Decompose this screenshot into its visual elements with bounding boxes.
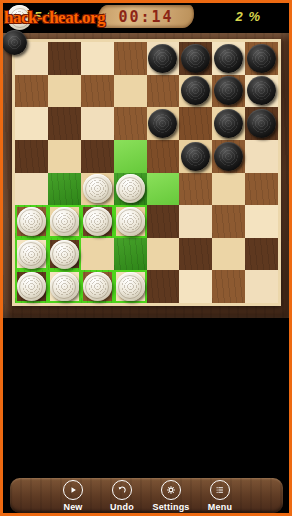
cell-e5[interactable]	[147, 140, 180, 173]
cell-h3[interactable]	[245, 205, 278, 238]
cell-g6[interactable]	[212, 107, 245, 140]
cell-d8[interactable]	[114, 42, 147, 75]
white-man[interactable]	[116, 272, 145, 301]
cell-d4[interactable]	[114, 173, 147, 206]
checkers-board[interactable]	[15, 42, 278, 303]
cell-g5[interactable]	[212, 140, 245, 173]
cell-e1[interactable]	[147, 270, 180, 303]
menu-list-icon	[210, 480, 230, 500]
cell-b3[interactable]	[48, 205, 81, 238]
black-man[interactable]	[247, 76, 276, 105]
cell-f4[interactable]	[179, 173, 212, 206]
black-man[interactable]	[214, 76, 243, 105]
cell-h5[interactable]	[245, 140, 278, 173]
white-man[interactable]	[17, 272, 46, 301]
white-checker-icon	[7, 5, 32, 30]
cell-b2[interactable]	[48, 238, 81, 271]
cell-h4[interactable]	[245, 173, 278, 206]
cell-f2[interactable]	[179, 238, 212, 271]
cell-c1[interactable]	[81, 270, 114, 303]
cell-d1[interactable]	[114, 270, 147, 303]
app-screen: 5 % 00:14 2 % hack-cheat.org New Undo	[0, 0, 292, 516]
black-man[interactable]	[214, 109, 243, 138]
white-man[interactable]	[83, 207, 112, 236]
cell-a7[interactable]	[15, 75, 48, 108]
cell-c6[interactable]	[81, 107, 114, 140]
cell-h2[interactable]	[245, 238, 278, 271]
black-man[interactable]	[181, 44, 210, 73]
cell-a3[interactable]	[15, 205, 48, 238]
cell-g7[interactable]	[212, 75, 245, 108]
cell-c3[interactable]	[81, 205, 114, 238]
toolbar: New Undo Settings Menu	[10, 478, 283, 513]
board-frame	[3, 33, 289, 318]
cell-b5[interactable]	[48, 140, 81, 173]
settings-button[interactable]: Settings	[150, 480, 192, 512]
cell-f5[interactable]	[179, 140, 212, 173]
cell-a2[interactable]	[15, 238, 48, 271]
cell-d2[interactable]	[114, 238, 147, 271]
cell-h8[interactable]	[245, 42, 278, 75]
cell-b8[interactable]	[48, 42, 81, 75]
cell-a6[interactable]	[15, 107, 48, 140]
black-man[interactable]	[214, 142, 243, 171]
white-score: 5 %	[34, 9, 59, 24]
cell-f3[interactable]	[179, 205, 212, 238]
cell-a5[interactable]	[15, 140, 48, 173]
undo-button-label: Undo	[110, 502, 134, 512]
black-score: 2 %	[236, 9, 261, 24]
header: 5 % 00:14 2 %	[3, 3, 289, 33]
cell-c4[interactable]	[81, 173, 114, 206]
new-button-label: New	[63, 502, 82, 512]
white-man[interactable]	[17, 240, 46, 269]
cell-d7[interactable]	[114, 75, 147, 108]
menu-button-label: Menu	[208, 502, 232, 512]
cell-b1[interactable]	[48, 270, 81, 303]
cell-a1[interactable]	[15, 270, 48, 303]
black-checker-icon	[2, 30, 27, 55]
cell-f7[interactable]	[179, 75, 212, 108]
undo-button[interactable]: Undo	[101, 480, 143, 512]
cell-f8[interactable]	[179, 42, 212, 75]
cell-c8[interactable]	[81, 42, 114, 75]
black-man[interactable]	[247, 44, 276, 73]
cell-c7[interactable]	[81, 75, 114, 108]
cell-f1[interactable]	[179, 270, 212, 303]
cell-g4[interactable]	[212, 173, 245, 206]
cell-b4[interactable]	[48, 173, 81, 206]
cell-b7[interactable]	[48, 75, 81, 108]
white-man[interactable]	[50, 272, 79, 301]
black-man[interactable]	[247, 109, 276, 138]
board-mat	[12, 39, 281, 306]
white-man[interactable]	[83, 174, 112, 203]
cell-h7[interactable]	[245, 75, 278, 108]
white-man[interactable]	[83, 272, 112, 301]
undo-arrow-icon	[112, 480, 132, 500]
new-button[interactable]: New	[52, 480, 94, 512]
cell-c5[interactable]	[81, 140, 114, 173]
cell-d6[interactable]	[114, 107, 147, 140]
cell-e3[interactable]	[147, 205, 180, 238]
black-man[interactable]	[214, 44, 243, 73]
menu-button[interactable]: Menu	[199, 480, 241, 512]
cell-h6[interactable]	[245, 107, 278, 140]
white-man[interactable]	[50, 207, 79, 236]
timer-plank: 00:14	[98, 5, 194, 28]
cell-a4[interactable]	[15, 173, 48, 206]
black-man[interactable]	[148, 44, 177, 73]
white-man[interactable]	[50, 240, 79, 269]
cell-g2[interactable]	[212, 238, 245, 271]
gear-icon	[161, 480, 181, 500]
cell-g8[interactable]	[212, 42, 245, 75]
cell-e6[interactable]	[147, 107, 180, 140]
white-man[interactable]	[17, 207, 46, 236]
white-man[interactable]	[116, 207, 145, 236]
cell-e7[interactable]	[147, 75, 180, 108]
black-man[interactable]	[181, 76, 210, 105]
cell-f6[interactable]	[179, 107, 212, 140]
cell-g3[interactable]	[212, 205, 245, 238]
cell-h1[interactable]	[245, 270, 278, 303]
black-man[interactable]	[148, 109, 177, 138]
cell-d5[interactable]	[114, 140, 147, 173]
cell-c2[interactable]	[81, 238, 114, 271]
cell-b6[interactable]	[48, 107, 81, 140]
white-man[interactable]	[116, 174, 145, 203]
timer: 00:14	[118, 8, 173, 26]
play-icon	[63, 480, 83, 500]
cell-e2[interactable]	[147, 238, 180, 271]
cell-d3[interactable]	[114, 205, 147, 238]
cell-e4[interactable]	[147, 173, 180, 206]
black-man[interactable]	[181, 142, 210, 171]
cell-g1[interactable]	[212, 270, 245, 303]
settings-button-label: Settings	[152, 502, 189, 512]
cell-e8[interactable]	[147, 42, 180, 75]
